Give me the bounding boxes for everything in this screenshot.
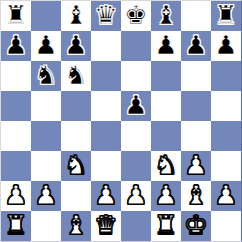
black-bishop[interactable]: ♝	[154, 1, 177, 30]
square-h8[interactable]: ♜	[211, 1, 241, 31]
square-h4[interactable]	[211, 121, 241, 151]
white-pawn[interactable]: ♟	[4, 181, 27, 210]
square-a2[interactable]: ♟	[1, 181, 31, 211]
square-d6[interactable]	[91, 61, 121, 91]
square-d2[interactable]: ♟	[91, 181, 121, 211]
square-b7[interactable]: ♟	[31, 31, 61, 61]
square-d4[interactable]	[91, 121, 121, 151]
square-a4[interactable]	[1, 121, 31, 151]
chess-board: ♜♝♛♚♝♜♟♟♟♟♟♟♞♞♟♞♞♟♟♟♟♟♟♝♟♜♝♛♜♚	[0, 0, 242, 242]
square-e8[interactable]: ♚	[121, 1, 151, 31]
square-h2[interactable]: ♟	[211, 181, 241, 211]
square-b8[interactable]	[31, 1, 61, 31]
white-queen[interactable]: ♛	[94, 211, 117, 240]
square-d7[interactable]	[91, 31, 121, 61]
square-g8[interactable]	[181, 1, 211, 31]
square-g3[interactable]: ♟	[181, 151, 211, 181]
square-b2[interactable]: ♟	[31, 181, 61, 211]
square-g7[interactable]: ♟	[181, 31, 211, 61]
square-c5[interactable]	[61, 91, 91, 121]
square-c8[interactable]: ♝	[61, 1, 91, 31]
square-b1[interactable]	[31, 211, 61, 241]
square-f2[interactable]: ♟	[151, 181, 181, 211]
square-a1[interactable]: ♜	[1, 211, 31, 241]
black-pawn[interactable]: ♟	[124, 91, 147, 120]
square-c1[interactable]: ♝	[61, 211, 91, 241]
white-knight[interactable]: ♞	[64, 151, 87, 180]
square-e2[interactable]: ♟	[121, 181, 151, 211]
black-pawn[interactable]: ♟	[184, 31, 207, 60]
square-e3[interactable]	[121, 151, 151, 181]
square-b5[interactable]	[31, 91, 61, 121]
square-a8[interactable]: ♜	[1, 1, 31, 31]
white-pawn[interactable]: ♟	[214, 181, 237, 210]
square-h3[interactable]	[211, 151, 241, 181]
square-a5[interactable]	[1, 91, 31, 121]
black-pawn[interactable]: ♟	[64, 31, 87, 60]
black-pawn[interactable]: ♟	[4, 31, 27, 60]
white-rook[interactable]: ♜	[4, 211, 27, 240]
square-f3[interactable]: ♞	[151, 151, 181, 181]
square-h1[interactable]	[211, 211, 241, 241]
square-c2[interactable]	[61, 181, 91, 211]
square-c7[interactable]: ♟	[61, 31, 91, 61]
square-f1[interactable]: ♜	[151, 211, 181, 241]
square-f5[interactable]	[151, 91, 181, 121]
square-f6[interactable]	[151, 61, 181, 91]
black-rook[interactable]: ♜	[4, 1, 27, 30]
square-e1[interactable]	[121, 211, 151, 241]
square-e5[interactable]: ♟	[121, 91, 151, 121]
square-a6[interactable]	[1, 61, 31, 91]
square-d8[interactable]: ♛	[91, 1, 121, 31]
white-pawn[interactable]: ♟	[34, 181, 57, 210]
square-b3[interactable]	[31, 151, 61, 181]
square-c4[interactable]	[61, 121, 91, 151]
black-pawn[interactable]: ♟	[214, 31, 237, 60]
square-f8[interactable]: ♝	[151, 1, 181, 31]
square-e4[interactable]	[121, 121, 151, 151]
square-g6[interactable]	[181, 61, 211, 91]
square-a7[interactable]: ♟	[1, 31, 31, 61]
square-h7[interactable]: ♟	[211, 31, 241, 61]
square-h6[interactable]	[211, 61, 241, 91]
black-pawn[interactable]: ♟	[34, 31, 57, 60]
white-bishop[interactable]: ♝	[184, 181, 207, 210]
square-c6[interactable]: ♞	[61, 61, 91, 91]
black-pawn[interactable]: ♟	[154, 31, 177, 60]
square-h5[interactable]	[211, 91, 241, 121]
white-king[interactable]: ♚	[184, 211, 207, 240]
square-g2[interactable]: ♝	[181, 181, 211, 211]
white-pawn[interactable]: ♟	[94, 181, 117, 210]
square-e7[interactable]	[121, 31, 151, 61]
square-d3[interactable]	[91, 151, 121, 181]
square-c3[interactable]: ♞	[61, 151, 91, 181]
square-b4[interactable]	[31, 121, 61, 151]
black-queen[interactable]: ♛	[94, 1, 117, 30]
black-rook[interactable]: ♜	[214, 1, 237, 30]
square-g5[interactable]	[181, 91, 211, 121]
white-rook[interactable]: ♜	[154, 211, 177, 240]
white-pawn[interactable]: ♟	[124, 181, 147, 210]
square-g4[interactable]	[181, 121, 211, 151]
black-king[interactable]: ♚	[124, 1, 147, 30]
square-e6[interactable]	[121, 61, 151, 91]
square-b6[interactable]: ♞	[31, 61, 61, 91]
white-bishop[interactable]: ♝	[64, 211, 87, 240]
black-knight[interactable]: ♞	[34, 61, 57, 90]
square-f7[interactable]: ♟	[151, 31, 181, 61]
black-bishop[interactable]: ♝	[64, 1, 87, 30]
square-a3[interactable]	[1, 151, 31, 181]
white-knight[interactable]: ♞	[154, 151, 177, 180]
black-knight[interactable]: ♞	[64, 61, 87, 90]
square-f4[interactable]	[151, 121, 181, 151]
square-d5[interactable]	[91, 91, 121, 121]
square-d1[interactable]: ♛	[91, 211, 121, 241]
square-g1[interactable]: ♚	[181, 211, 211, 241]
white-pawn[interactable]: ♟	[184, 151, 207, 180]
white-pawn[interactable]: ♟	[154, 181, 177, 210]
